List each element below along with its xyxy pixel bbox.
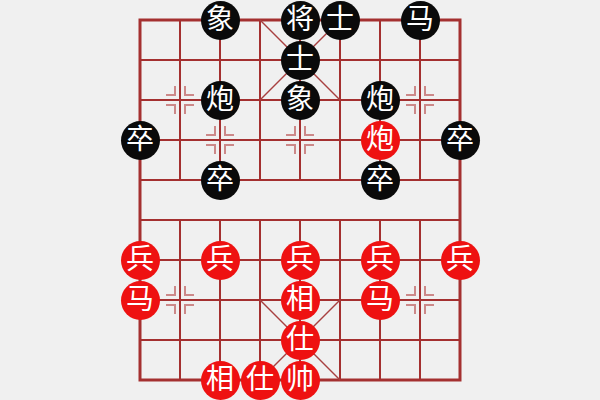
xiangqi-board: 象将士马士炮象炮卒炮卒卒卒兵兵兵兵兵马相马仕相仕帅 — [0, 0, 600, 400]
piece-red-elephant[interactable]: 相 — [281, 281, 320, 320]
pieces-layer: 象将士马士炮象炮卒炮卒卒卒兵兵兵兵兵马相马仕相仕帅 — [120, 0, 480, 400]
piece-black-elephant[interactable]: 象 — [201, 1, 240, 40]
piece-red-elephant[interactable]: 相 — [201, 361, 240, 400]
piece-black-pawn[interactable]: 卒 — [441, 121, 480, 160]
piece-red-advisor[interactable]: 仕 — [241, 361, 280, 400]
piece-black-advisor[interactable]: 士 — [281, 41, 320, 80]
piece-black-cannon[interactable]: 炮 — [361, 81, 400, 120]
piece-red-pawn[interactable]: 兵 — [121, 241, 160, 280]
piece-red-horse[interactable]: 马 — [361, 281, 400, 320]
piece-black-advisor[interactable]: 士 — [321, 1, 360, 40]
piece-black-cannon[interactable]: 炮 — [201, 81, 240, 120]
piece-red-pawn[interactable]: 兵 — [441, 241, 480, 280]
piece-red-horse[interactable]: 马 — [121, 281, 160, 320]
piece-red-pawn[interactable]: 兵 — [281, 241, 320, 280]
piece-red-general[interactable]: 帅 — [281, 361, 320, 400]
piece-red-pawn[interactable]: 兵 — [201, 241, 240, 280]
piece-black-elephant[interactable]: 象 — [281, 81, 320, 120]
piece-black-general[interactable]: 将 — [281, 1, 320, 40]
piece-red-advisor[interactable]: 仕 — [281, 321, 320, 360]
piece-black-pawn[interactable]: 卒 — [201, 161, 240, 200]
piece-black-horse[interactable]: 马 — [401, 1, 440, 40]
piece-red-cannon[interactable]: 炮 — [361, 121, 400, 160]
piece-black-pawn[interactable]: 卒 — [361, 161, 400, 200]
piece-red-pawn[interactable]: 兵 — [361, 241, 400, 280]
piece-black-pawn[interactable]: 卒 — [121, 121, 160, 160]
